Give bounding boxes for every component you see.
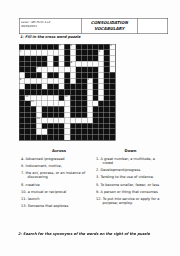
black-cell — [104, 50, 109, 55]
open-cell[interactable] — [48, 67, 53, 72]
open-cell[interactable] — [36, 95, 41, 100]
open-cell[interactable] — [59, 118, 64, 123]
black-cell — [93, 118, 98, 123]
open-cell[interactable] — [42, 84, 47, 89]
black-cell — [70, 135, 75, 140]
black-cell — [82, 73, 87, 78]
date-label: 09/04/2011 — [21, 24, 80, 28]
open-cell[interactable] — [70, 78, 75, 83]
black-cell — [48, 90, 53, 95]
open-cell[interactable] — [65, 101, 70, 106]
black-cell — [70, 95, 75, 100]
black-cell — [93, 50, 98, 55]
black-cell — [104, 84, 109, 89]
black-cell — [110, 112, 115, 117]
black-cell — [82, 95, 87, 100]
black-cell — [93, 95, 98, 100]
black-cell — [87, 56, 92, 61]
black-cell — [25, 129, 30, 134]
across-clue-text: a mutual or reciprocal — [28, 190, 67, 194]
open-cell[interactable] — [59, 61, 64, 66]
black-cell — [36, 90, 41, 95]
open-cell[interactable] — [99, 67, 104, 72]
black-cell — [36, 135, 41, 140]
open-cell[interactable] — [65, 129, 70, 134]
black-cell — [20, 135, 25, 140]
black-cell — [104, 56, 109, 61]
black-cell — [76, 112, 81, 117]
across-clue: 6. Inducement, motive, — [21, 164, 97, 168]
black-cell — [20, 118, 25, 123]
black-cell — [25, 118, 30, 123]
open-cell[interactable] — [36, 78, 41, 83]
open-cell[interactable] — [48, 118, 53, 123]
clue-number: 6 — [71, 61, 72, 63]
open-cell[interactable] — [110, 56, 115, 61]
black-cell — [110, 124, 115, 129]
open-cell[interactable] — [53, 118, 58, 123]
open-cell[interactable] — [53, 101, 58, 106]
across-clue: 10. a mutual or reciprocal — [21, 190, 97, 194]
open-cell[interactable]: 8 — [20, 78, 25, 83]
open-cell[interactable] — [110, 61, 115, 66]
black-cell — [110, 101, 115, 106]
black-cell — [110, 129, 115, 134]
open-cell[interactable] — [82, 61, 87, 66]
black-cell — [110, 90, 115, 95]
black-cell — [99, 129, 104, 134]
black-cell — [82, 45, 87, 50]
black-cell — [48, 124, 53, 129]
open-cell[interactable]: 1 — [59, 45, 64, 50]
open-cell[interactable] — [36, 101, 41, 106]
open-cell[interactable] — [99, 84, 104, 89]
clue-number: 4 — [20, 50, 21, 52]
open-cell[interactable] — [87, 107, 92, 112]
black-cell — [76, 67, 81, 72]
black-cell — [76, 45, 81, 50]
black-cell — [25, 61, 30, 66]
black-cell — [110, 135, 115, 140]
down-clue: 9. A person or thing that consumes — [96, 190, 165, 194]
black-cell — [76, 73, 81, 78]
header-level-cell: Level : 9th Form 1+2 09/04/2011 — [20, 19, 82, 34]
black-cell — [53, 112, 58, 117]
open-cell[interactable] — [87, 61, 92, 66]
clue-number: 3 — [110, 44, 111, 46]
black-cell — [87, 124, 92, 129]
black-cell — [53, 135, 58, 140]
black-cell — [104, 61, 109, 66]
black-cell — [42, 107, 47, 112]
black-cell — [104, 73, 109, 78]
black-cell — [76, 84, 81, 89]
black-cell — [82, 78, 87, 83]
open-cell[interactable] — [36, 129, 41, 134]
black-cell — [36, 56, 41, 61]
black-cell — [93, 129, 98, 134]
black-cell — [104, 107, 109, 112]
open-cell[interactable] — [48, 61, 53, 66]
black-cell — [99, 107, 104, 112]
black-cell — [20, 112, 25, 117]
black-cell — [110, 78, 115, 83]
open-cell[interactable] — [76, 61, 81, 66]
open-cell[interactable] — [42, 101, 47, 106]
black-cell — [104, 112, 109, 117]
open-cell[interactable] — [31, 78, 36, 83]
black-cell — [82, 124, 87, 129]
black-cell — [25, 107, 30, 112]
black-cell — [104, 78, 109, 83]
black-cell — [20, 124, 25, 129]
clue-number: 7 — [37, 67, 38, 69]
clue-number: 8 — [20, 78, 21, 80]
open-cell[interactable] — [93, 101, 98, 106]
open-cell[interactable] — [99, 56, 104, 61]
down-clue: 1. A great number; a multitude, a crowd — [96, 157, 165, 165]
black-cell — [31, 107, 36, 112]
open-cell[interactable]: 6 — [70, 61, 75, 66]
black-cell — [65, 84, 70, 89]
down-clue-text: Development/progress — [100, 168, 140, 172]
down-clue-text: A person or thing that consumes — [100, 190, 157, 194]
black-cell — [82, 56, 87, 61]
down-clue: 2. Development/progress — [96, 168, 165, 172]
clue-number: 13 — [37, 118, 40, 120]
across-clue-text: Someone that explores — [28, 204, 69, 208]
black-cell — [70, 129, 75, 134]
across-clue-text: launch — [28, 197, 40, 201]
black-cell — [76, 95, 81, 100]
black-cell — [36, 84, 41, 89]
down-clue: 5. To become smaller, fewer, or less — [96, 182, 165, 186]
black-cell — [65, 73, 70, 78]
open-cell[interactable]: 10 — [25, 95, 30, 100]
open-cell[interactable] — [93, 61, 98, 66]
black-cell — [93, 78, 98, 83]
black-cell — [104, 67, 109, 72]
black-cell — [110, 118, 115, 123]
black-cell — [93, 56, 98, 61]
down-clue: 3. Tending to the use of violence. — [96, 175, 165, 179]
open-cell[interactable]: 5 — [99, 50, 104, 55]
black-cell — [36, 45, 41, 50]
black-cell — [53, 73, 58, 78]
open-cell[interactable] — [59, 73, 64, 78]
black-cell — [110, 107, 115, 112]
open-cell[interactable] — [36, 124, 41, 129]
open-cell[interactable] — [99, 73, 104, 78]
clue-number: 11 — [31, 101, 34, 103]
black-cell — [93, 135, 98, 140]
black-cell — [93, 67, 98, 72]
open-cell[interactable]: 2 — [70, 45, 75, 50]
black-cell — [93, 84, 98, 89]
open-cell[interactable] — [31, 50, 36, 55]
open-cell[interactable] — [53, 78, 58, 83]
across-clue-text: the act, process, or an instance of disc… — [25, 171, 85, 179]
black-cell — [59, 107, 64, 112]
black-cell — [25, 101, 30, 106]
black-cell — [59, 129, 64, 134]
open-cell[interactable] — [87, 112, 92, 117]
black-cell — [82, 50, 87, 55]
black-cell — [104, 118, 109, 123]
down-clue-text: Tending to the use of violence. — [100, 175, 154, 179]
open-cell[interactable] — [87, 84, 92, 89]
black-cell — [104, 95, 109, 100]
black-cell — [20, 61, 25, 66]
across-clue: 7. the act, process, or an instance of d… — [21, 171, 97, 179]
black-cell — [31, 73, 36, 78]
black-cell — [82, 112, 87, 117]
black-cell — [99, 118, 104, 123]
black-cell — [93, 107, 98, 112]
open-cell[interactable] — [36, 50, 41, 55]
open-cell[interactable] — [70, 118, 75, 123]
clue-number: 1 — [59, 44, 60, 46]
open-cell[interactable]: 9 — [87, 78, 92, 83]
open-cell[interactable] — [99, 90, 104, 95]
black-cell — [53, 107, 58, 112]
open-cell[interactable] — [70, 73, 75, 78]
black-cell — [104, 129, 109, 134]
open-cell[interactable] — [87, 90, 92, 95]
black-cell — [70, 124, 75, 129]
open-cell[interactable] — [82, 118, 87, 123]
open-cell[interactable] — [42, 73, 47, 78]
open-cell[interactable] — [20, 84, 25, 89]
down-heading: Down — [96, 148, 165, 153]
open-cell[interactable] — [53, 67, 58, 72]
black-cell — [53, 61, 58, 66]
black-cell — [82, 107, 87, 112]
open-cell[interactable] — [25, 78, 30, 83]
black-cell — [82, 84, 87, 89]
across-heading: Across — [21, 148, 97, 153]
black-cell — [93, 45, 98, 50]
open-cell[interactable] — [76, 118, 81, 123]
black-cell — [25, 67, 30, 72]
across-clue-text: Advanced /progressed — [25, 157, 64, 161]
across-clue-text: creative — [25, 182, 39, 186]
task2-instruction: 2- Search for the synonyms of the words … — [18, 232, 180, 236]
open-cell[interactable] — [70, 50, 75, 55]
open-cell[interactable] — [59, 56, 64, 61]
clue-number: 10 — [25, 95, 28, 97]
black-cell — [31, 67, 36, 72]
down-clue-text: To become smaller, fewer, or less — [100, 182, 159, 186]
black-cell — [76, 101, 81, 106]
black-cell — [76, 50, 81, 55]
black-cell — [42, 45, 47, 50]
open-cell[interactable]: 3 — [110, 45, 115, 50]
black-cell — [70, 84, 75, 89]
open-cell[interactable] — [53, 50, 58, 55]
open-cell[interactable] — [48, 95, 53, 100]
clue-number: 9 — [88, 78, 89, 80]
open-cell[interactable]: 11 — [31, 101, 36, 106]
open-cell[interactable] — [59, 101, 64, 106]
open-cell[interactable] — [59, 84, 64, 89]
black-cell — [93, 73, 98, 78]
black-cell — [42, 124, 47, 129]
black-cell — [20, 107, 25, 112]
clue-number: 2 — [71, 44, 72, 46]
black-cell — [42, 112, 47, 117]
open-cell[interactable] — [42, 67, 47, 72]
open-cell[interactable] — [42, 95, 47, 100]
black-cell — [87, 67, 92, 72]
black-cell — [48, 45, 53, 50]
black-cell — [82, 129, 87, 134]
open-cell[interactable] — [42, 118, 47, 123]
worksheet-header-table: Level : 9th Form 1+2 09/04/2011 CONSOLID… — [19, 18, 168, 34]
black-cell — [31, 135, 36, 140]
across-clue: 11. launch — [21, 197, 97, 201]
black-cell — [53, 56, 58, 61]
black-cell — [20, 56, 25, 61]
black-cell — [70, 112, 75, 117]
open-cell[interactable] — [59, 78, 64, 83]
open-cell[interactable]: 7 — [36, 67, 41, 72]
black-cell — [76, 135, 81, 140]
open-cell[interactable] — [48, 78, 53, 83]
open-cell[interactable] — [70, 67, 75, 72]
across-clue: 8. creative — [21, 182, 97, 186]
black-cell — [70, 107, 75, 112]
black-cell — [42, 90, 47, 95]
black-cell — [93, 90, 98, 95]
open-cell[interactable] — [48, 56, 53, 61]
black-cell — [76, 129, 81, 134]
open-cell[interactable]: 12 — [65, 95, 70, 100]
across-clues-list: 4. Advanced /progressed6. Inducement, mo… — [21, 157, 97, 209]
clue-number: 5 — [99, 50, 100, 52]
black-cell — [42, 61, 47, 66]
open-cell[interactable] — [87, 118, 92, 123]
open-cell[interactable] — [65, 135, 70, 140]
black-cell — [99, 101, 104, 106]
black-cell — [48, 73, 53, 78]
task1-instruction: 1- Fill in the cross word puzzle — [20, 35, 80, 39]
black-cell — [31, 61, 36, 66]
black-cell — [25, 112, 30, 117]
black-cell — [82, 90, 87, 95]
across-clue: 4. Advanced /progressed — [21, 157, 97, 161]
open-cell[interactable] — [65, 67, 70, 72]
black-cell — [31, 84, 36, 89]
black-cell — [31, 56, 36, 61]
open-cell[interactable]: 13 — [36, 118, 41, 123]
open-cell[interactable] — [59, 67, 64, 72]
black-cell — [99, 112, 104, 117]
open-cell[interactable] — [48, 101, 53, 106]
open-cell[interactable] — [42, 50, 47, 55]
black-cell — [104, 135, 109, 140]
black-cell — [31, 90, 36, 95]
black-cell — [110, 73, 115, 78]
black-cell — [31, 112, 36, 117]
black-cell — [93, 124, 98, 129]
black-cell — [104, 90, 109, 95]
black-cell — [53, 129, 58, 134]
open-cell[interactable] — [42, 78, 47, 83]
open-cell[interactable] — [59, 50, 64, 55]
black-cell — [53, 90, 58, 95]
black-cell — [87, 45, 92, 50]
black-cell — [87, 50, 92, 55]
open-cell[interactable] — [65, 118, 70, 123]
black-cell — [104, 101, 109, 106]
open-cell[interactable] — [65, 112, 70, 117]
open-cell[interactable] — [65, 107, 70, 112]
worksheet-page: Level : 9th Form 1+2 09/04/2011 CONSOLID… — [0, 0, 180, 256]
black-cell — [104, 45, 109, 50]
down-clue-text: To put into service or apply for a purpo… — [103, 197, 160, 205]
open-cell[interactable] — [99, 95, 104, 100]
black-cell — [110, 84, 115, 89]
black-cell — [104, 124, 109, 129]
black-cell — [87, 129, 92, 134]
open-cell[interactable] — [110, 67, 115, 72]
black-cell — [87, 135, 92, 140]
open-cell[interactable] — [99, 61, 104, 66]
black-cell — [59, 95, 64, 100]
open-cell[interactable] — [87, 101, 92, 106]
black-cell — [20, 101, 25, 106]
down-clue: 12. To put into service or apply for a p… — [96, 197, 165, 205]
black-cell — [25, 84, 30, 89]
open-cell[interactable] — [48, 50, 53, 55]
black-cell — [48, 135, 53, 140]
black-cell — [20, 95, 25, 100]
down-clues-list: 1. A great number; a multitude, a crowd2… — [96, 157, 165, 205]
open-cell[interactable] — [36, 107, 41, 112]
black-cell — [48, 107, 53, 112]
black-cell — [20, 90, 25, 95]
open-cell[interactable] — [99, 78, 104, 83]
across-clues-section: Across 4. Advanced /progressed6. Inducem… — [21, 148, 97, 211]
open-cell[interactable] — [110, 50, 115, 55]
black-cell — [65, 56, 70, 61]
open-cell[interactable] — [65, 124, 70, 129]
black-cell — [70, 90, 75, 95]
black-cell — [99, 124, 104, 129]
black-cell — [25, 73, 30, 78]
black-cell — [82, 135, 87, 140]
black-cell — [25, 135, 30, 140]
black-cell — [65, 45, 70, 50]
open-cell[interactable]: 4 — [20, 50, 25, 55]
open-cell[interactable] — [25, 50, 30, 55]
open-cell[interactable] — [87, 95, 92, 100]
black-cell — [48, 112, 53, 117]
black-cell — [53, 84, 58, 89]
open-cell[interactable] — [42, 129, 47, 134]
black-cell — [110, 95, 115, 100]
black-cell — [65, 61, 70, 66]
worksheet-title-line2: VOCABULARY — [83, 26, 136, 32]
across-clue: 13. Someone that explores — [21, 204, 97, 208]
black-cell — [25, 45, 30, 50]
black-cell — [76, 90, 81, 95]
black-cell — [76, 56, 81, 61]
black-cell — [93, 112, 98, 117]
open-cell[interactable] — [53, 95, 58, 100]
black-cell — [31, 129, 36, 134]
